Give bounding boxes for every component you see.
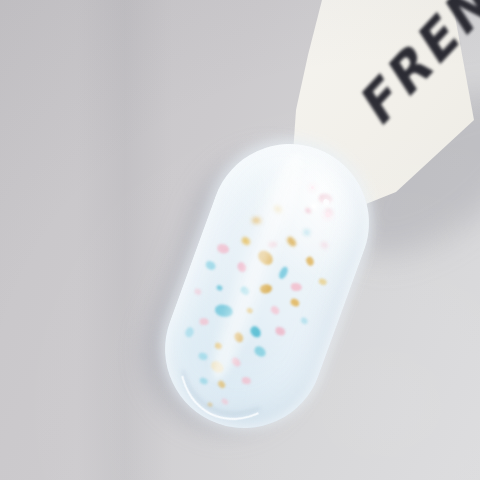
polish-flake <box>320 241 329 249</box>
glitter-sparkle <box>322 198 330 206</box>
glitter-sparkle <box>312 204 317 209</box>
photo-stage: FREN <box>0 0 480 480</box>
glitter-sparkle <box>325 212 331 218</box>
glitter-sparkle <box>311 186 315 190</box>
polish-flake <box>304 255 315 266</box>
polish-flake <box>285 236 298 249</box>
polish-flake <box>217 243 230 254</box>
polish-flake <box>318 277 328 285</box>
polish-flake <box>303 229 310 236</box>
polish-flake <box>304 207 311 214</box>
